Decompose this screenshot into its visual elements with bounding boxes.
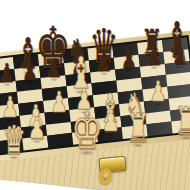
pieces-layer: ♝♜♛♞♞♚♟♝♟♟♟♟♟♟♝♟♟♟♞♟♝♟♟♜♟♜♚♛ xyxy=(0,0,190,190)
piece-dark-p-g7[interactable]: ♟ xyxy=(146,43,162,69)
piece-white-p-c4[interactable]: ♟ xyxy=(50,88,68,117)
piece-white-k-d1[interactable]: ♚ xyxy=(71,104,103,156)
chess-set-photo: ♝♜♛♞♞♚♟♝♟♟♟♟♟♟♝♟♟♟♞♟♝♟♟♜♟♜♚♛ xyxy=(0,0,190,190)
piece-white-r-f1[interactable]: ♜ xyxy=(126,108,150,148)
piece-dark-p-f7[interactable]: ♟ xyxy=(121,46,137,72)
piece-dark-p-b7[interactable]: ♟ xyxy=(22,58,38,84)
piece-white-p-g4[interactable]: ♟ xyxy=(149,78,166,106)
piece-white-r-h1[interactable]: ♜ xyxy=(174,102,190,140)
piece-dark-p-e7[interactable]: ♟ xyxy=(96,49,112,75)
piece-white-p-e2[interactable]: ♟ xyxy=(102,106,120,136)
piece-dark-n-h7[interactable]: ♞ xyxy=(169,37,189,69)
piece-white-p-b2[interactable]: ♟ xyxy=(28,113,46,143)
piece-dark-p-a7[interactable]: ♟ xyxy=(0,60,15,86)
piece-dark-p-c7[interactable]: ♟ xyxy=(46,55,62,81)
piece-white-q-a1[interactable]: ♛ xyxy=(2,120,26,160)
